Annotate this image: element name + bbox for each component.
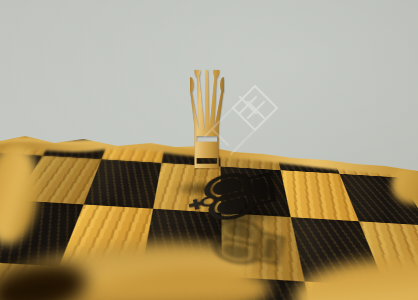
chess-photo-scene: ♛ ♚ ♚ ♛ (0, 0, 418, 300)
stock-watermark-diamond-icon (0, 0, 418, 300)
